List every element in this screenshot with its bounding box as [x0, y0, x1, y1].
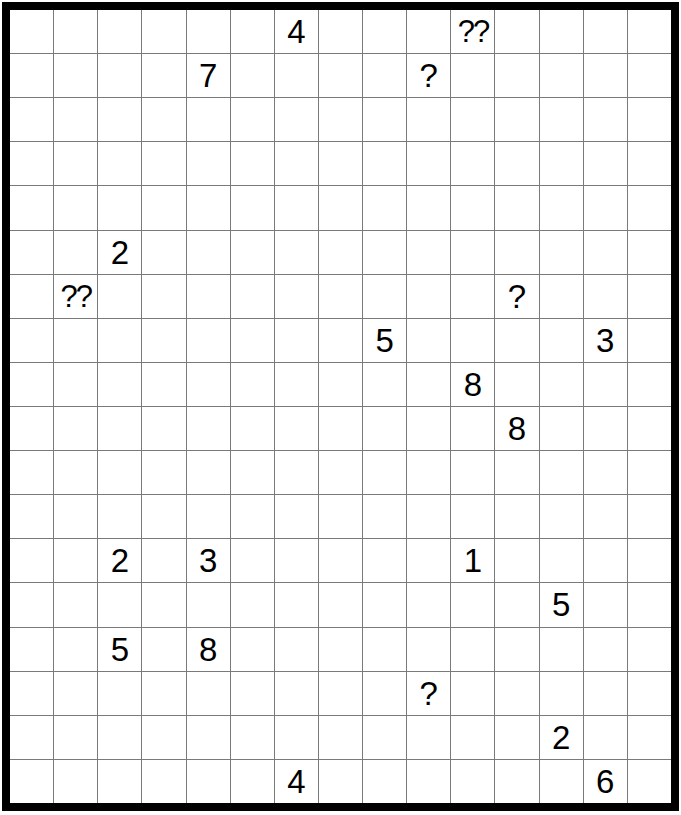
cell-r16c6[interactable] [231, 672, 274, 715]
cell-r14c14[interactable] [584, 583, 627, 626]
cell-r15c8[interactable] [319, 628, 362, 671]
cell-r14c6[interactable] [231, 583, 274, 626]
cell-r15c5[interactable]: 8 [187, 628, 230, 671]
cell-r3c7[interactable] [275, 98, 318, 141]
cell-r5c4[interactable] [142, 186, 185, 229]
cell-r6c5[interactable] [187, 231, 230, 274]
cell-r9c2[interactable] [54, 363, 97, 406]
cell-r1c3[interactable] [98, 10, 141, 53]
cell-r9c8[interactable] [319, 363, 362, 406]
cell-r8c15[interactable] [628, 319, 671, 362]
cell-r11c7[interactable] [275, 451, 318, 494]
cell-r17c2[interactable] [54, 716, 97, 759]
cell-r14c3[interactable] [98, 583, 141, 626]
cell-r1c13[interactable] [540, 10, 583, 53]
cell-r6c9[interactable] [363, 231, 406, 274]
cell-r6c12[interactable] [495, 231, 538, 274]
cell-r6c15[interactable] [628, 231, 671, 274]
cell-r1c2[interactable] [54, 10, 97, 53]
cell-r13c2[interactable] [54, 539, 97, 582]
cell-r14c2[interactable] [54, 583, 97, 626]
cell-r11c4[interactable] [142, 451, 185, 494]
cell-r10c7[interactable] [275, 407, 318, 450]
cell-r15c1[interactable] [10, 628, 53, 671]
cell-r6c2[interactable] [54, 231, 97, 274]
cell-r5c15[interactable] [628, 186, 671, 229]
cell-r2c8[interactable] [319, 54, 362, 97]
cell-r2c15[interactable] [628, 54, 671, 97]
cell-r1c14[interactable] [584, 10, 627, 53]
cell-r13c10[interactable] [407, 539, 450, 582]
cell-r4c13[interactable] [540, 142, 583, 185]
cell-r9c4[interactable] [142, 363, 185, 406]
cell-r5c2[interactable] [54, 186, 97, 229]
cell-r15c3[interactable]: 5 [98, 628, 141, 671]
cell-r15c9[interactable] [363, 628, 406, 671]
cell-r10c13[interactable] [540, 407, 583, 450]
cell-r6c13[interactable] [540, 231, 583, 274]
cell-r13c13[interactable] [540, 539, 583, 582]
cell-r2c13[interactable] [540, 54, 583, 97]
cell-r9c12[interactable] [495, 363, 538, 406]
cell-r7c14[interactable] [584, 275, 627, 318]
cell-r12c13[interactable] [540, 495, 583, 538]
cell-r13c7[interactable] [275, 539, 318, 582]
cell-r5c5[interactable] [187, 186, 230, 229]
cell-r3c3[interactable] [98, 98, 141, 141]
cell-r2c6[interactable] [231, 54, 274, 97]
cell-r18c6[interactable] [231, 760, 274, 803]
cell-r11c6[interactable] [231, 451, 274, 494]
cell-r5c14[interactable] [584, 186, 627, 229]
cell-r7c13[interactable] [540, 275, 583, 318]
cell-r4c12[interactable] [495, 142, 538, 185]
cell-r4c9[interactable] [363, 142, 406, 185]
cell-r15c10[interactable] [407, 628, 450, 671]
cell-r15c14[interactable] [584, 628, 627, 671]
cell-r2c10[interactable]: ? [407, 54, 450, 97]
cell-r4c10[interactable] [407, 142, 450, 185]
cell-r16c14[interactable] [584, 672, 627, 715]
cell-r9c11[interactable]: 8 [451, 363, 494, 406]
cell-r3c4[interactable] [142, 98, 185, 141]
cell-r15c13[interactable] [540, 628, 583, 671]
cell-r3c6[interactable] [231, 98, 274, 141]
cell-r1c4[interactable] [142, 10, 185, 53]
cell-r11c14[interactable] [584, 451, 627, 494]
cell-r10c11[interactable] [451, 407, 494, 450]
cell-r5c6[interactable] [231, 186, 274, 229]
cell-r11c12[interactable] [495, 451, 538, 494]
cell-r14c8[interactable] [319, 583, 362, 626]
cell-r17c3[interactable] [98, 716, 141, 759]
cell-r15c12[interactable] [495, 628, 538, 671]
cell-r1c5[interactable] [187, 10, 230, 53]
cell-r7c15[interactable] [628, 275, 671, 318]
cell-r12c9[interactable] [363, 495, 406, 538]
cell-r6c1[interactable] [10, 231, 53, 274]
cell-r1c6[interactable] [231, 10, 274, 53]
cell-r9c10[interactable] [407, 363, 450, 406]
cell-r10c3[interactable] [98, 407, 141, 450]
cell-r10c1[interactable] [10, 407, 53, 450]
cell-r12c14[interactable] [584, 495, 627, 538]
cell-r13c1[interactable] [10, 539, 53, 582]
cell-r15c6[interactable] [231, 628, 274, 671]
cell-r13c9[interactable] [363, 539, 406, 582]
cell-r17c5[interactable] [187, 716, 230, 759]
cell-r1c1[interactable] [10, 10, 53, 53]
cell-r4c11[interactable] [451, 142, 494, 185]
cell-r4c6[interactable] [231, 142, 274, 185]
cell-r3c13[interactable] [540, 98, 583, 141]
cell-r12c1[interactable] [10, 495, 53, 538]
cell-r8c2[interactable] [54, 319, 97, 362]
cell-r7c8[interactable] [319, 275, 362, 318]
cell-r12c5[interactable] [187, 495, 230, 538]
cell-r4c2[interactable] [54, 142, 97, 185]
cell-r3c14[interactable] [584, 98, 627, 141]
cell-r9c6[interactable] [231, 363, 274, 406]
cell-r16c15[interactable] [628, 672, 671, 715]
cell-r7c11[interactable] [451, 275, 494, 318]
cell-r10c9[interactable] [363, 407, 406, 450]
cell-r15c2[interactable] [54, 628, 97, 671]
cell-r4c3[interactable] [98, 142, 141, 185]
cell-r3c8[interactable] [319, 98, 362, 141]
cell-r17c1[interactable] [10, 716, 53, 759]
cell-r16c10[interactable]: ? [407, 672, 450, 715]
cell-r15c15[interactable] [628, 628, 671, 671]
cell-r16c11[interactable] [451, 672, 494, 715]
cell-r18c3[interactable] [98, 760, 141, 803]
cell-r1c8[interactable] [319, 10, 362, 53]
cell-r8c4[interactable] [142, 319, 185, 362]
cell-r16c7[interactable] [275, 672, 318, 715]
cell-r7c1[interactable] [10, 275, 53, 318]
cell-r11c10[interactable] [407, 451, 450, 494]
cell-r18c1[interactable] [10, 760, 53, 803]
cell-r13c5[interactable]: 3 [187, 539, 230, 582]
cell-r17c7[interactable] [275, 716, 318, 759]
cell-r18c10[interactable] [407, 760, 450, 803]
cell-r5c12[interactable] [495, 186, 538, 229]
cell-r2c3[interactable] [98, 54, 141, 97]
cell-r14c12[interactable] [495, 583, 538, 626]
cell-r7c6[interactable] [231, 275, 274, 318]
cell-r5c9[interactable] [363, 186, 406, 229]
cell-r11c9[interactable] [363, 451, 406, 494]
cell-r17c9[interactable] [363, 716, 406, 759]
cell-r9c14[interactable] [584, 363, 627, 406]
cell-r6c8[interactable] [319, 231, 362, 274]
cell-r2c14[interactable] [584, 54, 627, 97]
cell-r14c15[interactable] [628, 583, 671, 626]
cell-r16c5[interactable] [187, 672, 230, 715]
cell-r17c10[interactable] [407, 716, 450, 759]
cell-r2c1[interactable] [10, 54, 53, 97]
cell-r8c1[interactable] [10, 319, 53, 362]
cell-r16c4[interactable] [142, 672, 185, 715]
cell-r18c14[interactable]: 6 [584, 760, 627, 803]
cell-r9c15[interactable] [628, 363, 671, 406]
cell-r12c12[interactable] [495, 495, 538, 538]
cell-r14c9[interactable] [363, 583, 406, 626]
cell-r14c5[interactable] [187, 583, 230, 626]
cell-r8c9[interactable]: 5 [363, 319, 406, 362]
cell-r17c11[interactable] [451, 716, 494, 759]
cell-r7c3[interactable] [98, 275, 141, 318]
cell-r4c15[interactable] [628, 142, 671, 185]
cell-r11c5[interactable] [187, 451, 230, 494]
cell-r17c13[interactable]: 2 [540, 716, 583, 759]
cell-r10c8[interactable] [319, 407, 362, 450]
cell-r12c3[interactable] [98, 495, 141, 538]
cell-r8c11[interactable] [451, 319, 494, 362]
cell-r1c15[interactable] [628, 10, 671, 53]
cell-r6c3[interactable]: 2 [98, 231, 141, 274]
cell-r8c5[interactable] [187, 319, 230, 362]
cell-r2c7[interactable] [275, 54, 318, 97]
cell-r9c7[interactable] [275, 363, 318, 406]
cell-r4c5[interactable] [187, 142, 230, 185]
cell-r6c11[interactable] [451, 231, 494, 274]
cell-r8c3[interactable] [98, 319, 141, 362]
cell-r8c12[interactable] [495, 319, 538, 362]
cell-r16c1[interactable] [10, 672, 53, 715]
cell-r14c11[interactable] [451, 583, 494, 626]
cell-r3c2[interactable] [54, 98, 97, 141]
cell-r18c5[interactable] [187, 760, 230, 803]
cell-r5c3[interactable] [98, 186, 141, 229]
cell-r2c5[interactable]: 7 [187, 54, 230, 97]
cell-r13c11[interactable]: 1 [451, 539, 494, 582]
cell-r10c5[interactable] [187, 407, 230, 450]
cell-r14c13[interactable]: 5 [540, 583, 583, 626]
cell-r6c6[interactable] [231, 231, 274, 274]
cell-r9c5[interactable] [187, 363, 230, 406]
cell-r13c15[interactable] [628, 539, 671, 582]
cell-r18c7[interactable]: 4 [275, 760, 318, 803]
cell-r8c7[interactable] [275, 319, 318, 362]
cell-r7c4[interactable] [142, 275, 185, 318]
cell-r2c2[interactable] [54, 54, 97, 97]
cell-r1c12[interactable] [495, 10, 538, 53]
cell-r10c14[interactable] [584, 407, 627, 450]
cell-r8c10[interactable] [407, 319, 450, 362]
cell-r3c1[interactable] [10, 98, 53, 141]
cell-r3c12[interactable] [495, 98, 538, 141]
cell-r18c15[interactable] [628, 760, 671, 803]
cell-r14c10[interactable] [407, 583, 450, 626]
cell-r18c13[interactable] [540, 760, 583, 803]
cell-r9c1[interactable] [10, 363, 53, 406]
cell-r12c8[interactable] [319, 495, 362, 538]
cell-r13c6[interactable] [231, 539, 274, 582]
cell-r7c10[interactable] [407, 275, 450, 318]
cell-r11c2[interactable] [54, 451, 97, 494]
cell-r10c6[interactable] [231, 407, 274, 450]
cell-r12c2[interactable] [54, 495, 97, 538]
cell-r7c2[interactable]: ?? [54, 275, 97, 318]
cell-r5c7[interactable] [275, 186, 318, 229]
cell-r15c11[interactable] [451, 628, 494, 671]
cell-r12c4[interactable] [142, 495, 185, 538]
cell-r17c12[interactable] [495, 716, 538, 759]
cell-r4c14[interactable] [584, 142, 627, 185]
cell-r6c10[interactable] [407, 231, 450, 274]
cell-r5c13[interactable] [540, 186, 583, 229]
cell-r5c8[interactable] [319, 186, 362, 229]
cell-r13c4[interactable] [142, 539, 185, 582]
cell-r3c10[interactable] [407, 98, 450, 141]
cell-r9c3[interactable] [98, 363, 141, 406]
cell-r15c4[interactable] [142, 628, 185, 671]
cell-r10c15[interactable] [628, 407, 671, 450]
cell-r1c9[interactable] [363, 10, 406, 53]
cell-r12c15[interactable] [628, 495, 671, 538]
cell-r1c7[interactable]: 4 [275, 10, 318, 53]
cell-r4c7[interactable] [275, 142, 318, 185]
cell-r1c11[interactable]: ?? [451, 10, 494, 53]
cell-r5c11[interactable] [451, 186, 494, 229]
cell-r16c9[interactable] [363, 672, 406, 715]
cell-r16c3[interactable] [98, 672, 141, 715]
puzzle-grid: 4??7?2???5388231558?246 [10, 10, 671, 803]
cell-r14c1[interactable] [10, 583, 53, 626]
cell-r11c13[interactable] [540, 451, 583, 494]
cell-r17c4[interactable] [142, 716, 185, 759]
cell-r11c1[interactable] [10, 451, 53, 494]
cell-r8c6[interactable] [231, 319, 274, 362]
cell-r14c7[interactable] [275, 583, 318, 626]
cell-r5c1[interactable] [10, 186, 53, 229]
cell-r17c15[interactable] [628, 716, 671, 759]
cell-r7c12[interactable]: ? [495, 275, 538, 318]
cell-r9c9[interactable] [363, 363, 406, 406]
cell-r12c10[interactable] [407, 495, 450, 538]
cell-r10c4[interactable] [142, 407, 185, 450]
cell-r7c5[interactable] [187, 275, 230, 318]
cell-r14c4[interactable] [142, 583, 185, 626]
cell-r3c11[interactable] [451, 98, 494, 141]
cell-r1c10[interactable] [407, 10, 450, 53]
cell-r18c12[interactable] [495, 760, 538, 803]
cell-r4c4[interactable] [142, 142, 185, 185]
cell-r17c6[interactable] [231, 716, 274, 759]
cell-r4c1[interactable] [10, 142, 53, 185]
cell-r2c11[interactable] [451, 54, 494, 97]
cell-r2c9[interactable] [363, 54, 406, 97]
cell-r3c15[interactable] [628, 98, 671, 141]
cell-r18c2[interactable] [54, 760, 97, 803]
cell-r2c12[interactable] [495, 54, 538, 97]
cell-r8c14[interactable]: 3 [584, 319, 627, 362]
cell-r6c7[interactable] [275, 231, 318, 274]
cell-r7c9[interactable] [363, 275, 406, 318]
cell-r9c13[interactable] [540, 363, 583, 406]
cell-r6c14[interactable] [584, 231, 627, 274]
cell-r3c9[interactable] [363, 98, 406, 141]
cell-r4c8[interactable] [319, 142, 362, 185]
cell-r13c8[interactable] [319, 539, 362, 582]
cell-r16c13[interactable] [540, 672, 583, 715]
cell-r8c13[interactable] [540, 319, 583, 362]
cell-r11c15[interactable] [628, 451, 671, 494]
cell-r11c11[interactable] [451, 451, 494, 494]
cell-r17c14[interactable] [584, 716, 627, 759]
cell-r6c4[interactable] [142, 231, 185, 274]
cell-r10c10[interactable] [407, 407, 450, 450]
cell-r3c5[interactable] [187, 98, 230, 141]
cell-r8c8[interactable] [319, 319, 362, 362]
cell-r12c6[interactable] [231, 495, 274, 538]
cell-r5c10[interactable] [407, 186, 450, 229]
cell-r16c8[interactable] [319, 672, 362, 715]
cell-r13c3[interactable]: 2 [98, 539, 141, 582]
cell-r11c3[interactable] [98, 451, 141, 494]
cell-r13c12[interactable] [495, 539, 538, 582]
cell-r7c7[interactable] [275, 275, 318, 318]
puzzle-board: 4??7?2???5388231558?246 [2, 2, 679, 811]
cell-r12c7[interactable] [275, 495, 318, 538]
cell-r18c9[interactable] [363, 760, 406, 803]
cell-r17c8[interactable] [319, 716, 362, 759]
cell-r10c2[interactable] [54, 407, 97, 450]
cell-r16c2[interactable] [54, 672, 97, 715]
cell-r11c8[interactable] [319, 451, 362, 494]
cell-r18c4[interactable] [142, 760, 185, 803]
cell-r13c14[interactable] [584, 539, 627, 582]
cell-r15c7[interactable] [275, 628, 318, 671]
cell-r10c12[interactable]: 8 [495, 407, 538, 450]
cell-r16c12[interactable] [495, 672, 538, 715]
cell-r18c8[interactable] [319, 760, 362, 803]
cell-r12c11[interactable] [451, 495, 494, 538]
cell-r2c4[interactable] [142, 54, 185, 97]
cell-r18c11[interactable] [451, 760, 494, 803]
